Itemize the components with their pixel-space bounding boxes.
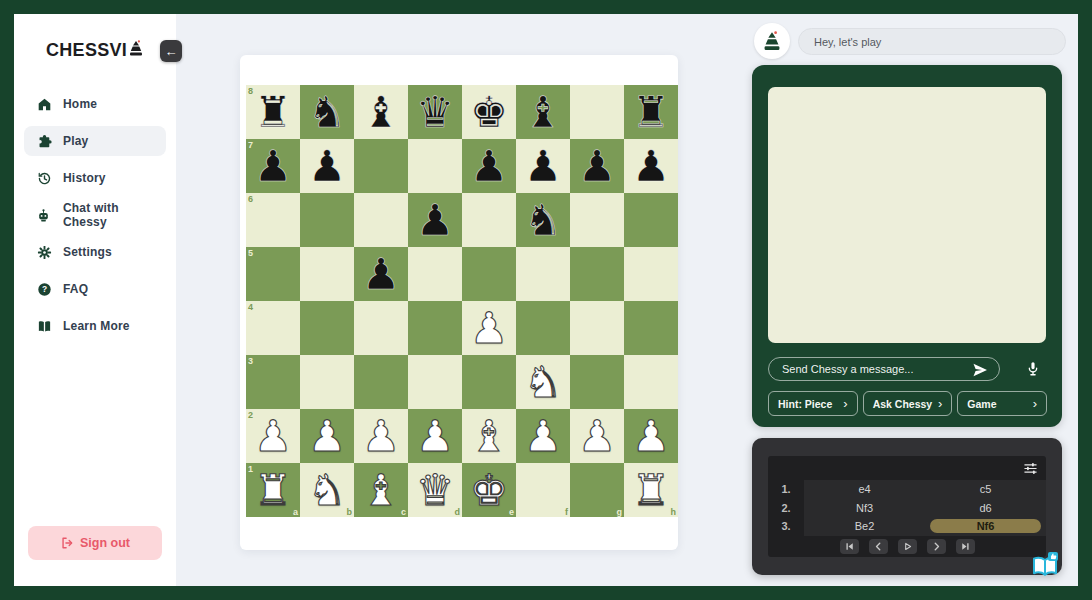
square-h3[interactable] (624, 355, 678, 409)
piece-black-pawn[interactable]: ♟ (354, 247, 408, 301)
move-number: 1. (768, 480, 804, 499)
chessy-greeting-bubble: Hey, let's play (798, 28, 1066, 55)
piece-white-queen[interactable]: ♛ (408, 463, 462, 517)
square-h5[interactable] (624, 247, 678, 301)
square-c3[interactable] (354, 355, 408, 409)
move-black-d6[interactable]: d6 (925, 499, 1046, 518)
square-b8[interactable]: ♞ (300, 85, 354, 139)
square-a3[interactable]: 3 (246, 355, 300, 409)
chat-input-pill (768, 357, 1000, 381)
robot-icon (36, 207, 52, 223)
square-b3[interactable] (300, 355, 354, 409)
play-moves-icon[interactable] (898, 539, 917, 554)
square-a8[interactable]: 8♜ (246, 85, 300, 139)
rank-label-3: 3 (248, 356, 253, 366)
square-f8[interactable]: ♝ (516, 85, 570, 139)
book-icon (36, 318, 52, 334)
square-g4[interactable] (570, 301, 624, 355)
piece-white-pawn[interactable]: ♟ (570, 409, 624, 463)
square-c8[interactable]: ♝ (354, 85, 408, 139)
history-icon (36, 170, 52, 186)
piece-white-pawn[interactable]: ♟ (246, 409, 300, 463)
square-d6[interactable]: ♟ (408, 193, 462, 247)
square-c7[interactable] (354, 139, 408, 193)
square-b4[interactable] (300, 301, 354, 355)
square-h8[interactable]: ♜ (624, 85, 678, 139)
piece-white-bishop[interactable]: ♝ (462, 409, 516, 463)
square-e6[interactable] (462, 193, 516, 247)
sidebar-item-faq[interactable]: ?FAQ (24, 274, 166, 304)
square-h1[interactable]: h♜ (624, 463, 678, 517)
chat-message-input[interactable] (769, 358, 999, 380)
square-d7[interactable] (408, 139, 462, 193)
square-g1[interactable]: g (570, 463, 624, 517)
sign-out-label: Sign out (80, 536, 130, 550)
logout-icon (60, 536, 74, 550)
square-c6[interactable] (354, 193, 408, 247)
piece-white-rook[interactable]: ♜ (624, 463, 678, 517)
moves-nav (768, 536, 1046, 558)
gear-icon (36, 244, 52, 260)
square-b5[interactable] (300, 247, 354, 301)
game-button[interactable]: Game › (957, 391, 1047, 416)
sliders-icon[interactable] (1023, 462, 1038, 475)
piece-black-pawn[interactable]: ♟ (516, 139, 570, 193)
piece-white-pawn[interactable]: ♟ (354, 409, 408, 463)
previous-move-icon[interactable] (869, 539, 888, 554)
ask-chessy-button[interactable]: Ask Chessy › (863, 391, 953, 416)
square-e1[interactable]: e♚ (462, 463, 516, 517)
square-g8[interactable] (570, 85, 624, 139)
square-f5[interactable] (516, 247, 570, 301)
piece-black-rook[interactable]: ♜ (246, 85, 300, 139)
piece-white-pawn[interactable]: ♟ (462, 301, 516, 355)
square-a6[interactable]: 6 (246, 193, 300, 247)
chessvia-logo: CHESSVI (14, 14, 176, 61)
sidebar-item-label: Learn More (63, 319, 130, 333)
hint-piece-label: Hint: Piece (778, 398, 832, 410)
square-d2[interactable]: ♟ (408, 409, 462, 463)
square-f3[interactable]: ♞ (516, 355, 570, 409)
sign-out-button[interactable]: Sign out (28, 526, 162, 560)
svg-text:?: ? (41, 284, 46, 294)
piece-black-bishop[interactable]: ♝ (354, 85, 408, 139)
piece-white-king[interactable]: ♚ (462, 463, 516, 517)
move-number: 3. (768, 517, 804, 536)
piece-white-pawn[interactable]: ♟ (516, 409, 570, 463)
move-white-Be2[interactable]: Be2 (804, 517, 925, 536)
square-f7[interactable]: ♟ (516, 139, 570, 193)
square-e3[interactable] (462, 355, 516, 409)
square-h2[interactable]: ♟ (624, 409, 678, 463)
sidebar-item-chat-with-chessy[interactable]: Chat with Chessy (24, 200, 166, 230)
piece-black-king[interactable]: ♚ (462, 85, 516, 139)
square-a7[interactable]: 7♟ (246, 139, 300, 193)
chat-quick-buttons: Hint: Piece › Ask Chessy › Game › (768, 391, 1047, 416)
sidebar-item-history[interactable]: History (24, 163, 166, 193)
ask-chessy-label: Ask Chessy (873, 398, 933, 410)
move-number: 2. (768, 499, 804, 518)
square-e8[interactable]: ♚ (462, 85, 516, 139)
square-f1[interactable]: f (516, 463, 570, 517)
piece-white-bishop[interactable]: ♝ (354, 463, 408, 517)
last-move-icon[interactable] (956, 539, 975, 554)
piece-black-pawn[interactable]: ♟ (570, 139, 624, 193)
square-b1[interactable]: b♞ (300, 463, 354, 517)
square-c1[interactable]: c♝ (354, 463, 408, 517)
move-black-Nf6[interactable]: Nf6 (925, 517, 1046, 536)
logo-text: CHESSVI (46, 40, 127, 61)
first-move-icon[interactable] (840, 539, 859, 554)
square-a5[interactable]: 5 (246, 247, 300, 301)
chevron-right-icon: › (938, 397, 942, 410)
square-a2[interactable]: 2♟ (246, 409, 300, 463)
app-page: CHESSVI HomePlayHistoryChat with ChessyS… (14, 14, 1078, 586)
square-e5[interactable] (462, 247, 516, 301)
square-h7[interactable]: ♟ (624, 139, 678, 193)
square-e2[interactable]: ♝ (462, 409, 516, 463)
piece-white-pawn[interactable]: ♟ (624, 409, 678, 463)
square-c4[interactable] (354, 301, 408, 355)
moves-panel: 1.e4c52.Nf3d63.Be2Nf6 (752, 438, 1062, 575)
sidebar-item-label: FAQ (63, 282, 88, 296)
piece-black-pawn[interactable]: ♟ (462, 139, 516, 193)
square-g2[interactable]: ♟ (570, 409, 624, 463)
home-icon (36, 96, 52, 112)
hint-piece-button[interactable]: Hint: Piece › (768, 391, 858, 416)
square-b6[interactable] (300, 193, 354, 247)
sidebar: CHESSVI HomePlayHistoryChat with ChessyS… (14, 14, 176, 586)
rank-label-5: 5 (248, 248, 253, 258)
next-move-icon[interactable] (927, 539, 946, 554)
piece-black-pawn[interactable]: ♟ (408, 193, 462, 247)
square-c2[interactable]: ♟ (354, 409, 408, 463)
move-white-Nf3[interactable]: Nf3 (804, 499, 925, 518)
rank-label-6: 6 (248, 194, 253, 204)
square-g6[interactable] (570, 193, 624, 247)
puzzle-icon (36, 133, 52, 149)
arrow-left-icon: ← (165, 44, 178, 59)
sidebar-item-label: Settings (63, 245, 112, 259)
square-g5[interactable] (570, 247, 624, 301)
square-d1[interactable]: d♛ (408, 463, 462, 517)
file-label-f: f (565, 507, 568, 517)
move-list: 1.e4c52.Nf3d63.Be2Nf6 (768, 480, 1046, 536)
square-g3[interactable] (570, 355, 624, 409)
piece-white-pawn[interactable]: ♟ (300, 409, 354, 463)
square-b7[interactable]: ♟ (300, 139, 354, 193)
chess-board: 8♜♞♝♛♚♝♜7♟♟♟♟♟♟6♟♞5♟4♟3♞2♟♟♟♟♝♟♟♟1a♜b♞c♝… (246, 85, 678, 517)
square-d5[interactable] (408, 247, 462, 301)
sidebar-item-label: Play (63, 134, 89, 148)
piece-white-rook[interactable]: ♜ (246, 463, 300, 517)
square-c5[interactable]: ♟ (354, 247, 408, 301)
chess-piece-a-icon (128, 40, 144, 61)
square-h6[interactable] (624, 193, 678, 247)
piece-black-rook[interactable]: ♜ (624, 85, 678, 139)
square-f4[interactable] (516, 301, 570, 355)
sidebar-menu: HomePlayHistoryChat with ChessySettings?… (14, 89, 176, 341)
game-label: Game (967, 398, 996, 410)
square-f6[interactable]: ♞ (516, 193, 570, 247)
microphone-icon[interactable] (1026, 361, 1040, 377)
piece-black-bishop[interactable]: ♝ (516, 85, 570, 139)
sidebar-item-play[interactable]: Play (24, 126, 166, 156)
question-icon: ? (36, 281, 52, 297)
paper-plane-icon[interactable] (972, 362, 988, 382)
square-a4[interactable]: 4 (246, 301, 300, 355)
rank-label-4: 4 (248, 302, 253, 312)
square-h4[interactable] (624, 301, 678, 355)
piece-white-pawn[interactable]: ♟ (408, 409, 462, 463)
file-label-g: g (617, 507, 623, 517)
square-e7[interactable]: ♟ (462, 139, 516, 193)
chessy-avatar (754, 23, 790, 59)
greeting-text: Hey, let's play (814, 36, 881, 48)
chevron-right-icon: › (1033, 397, 1037, 410)
piece-black-knight[interactable]: ♞ (516, 193, 570, 247)
sidebar-item-label: History (63, 171, 106, 185)
square-a1[interactable]: 1a♜ (246, 463, 300, 517)
piece-white-knight[interactable]: ♞ (300, 463, 354, 517)
square-g7[interactable]: ♟ (570, 139, 624, 193)
piece-black-pawn[interactable]: ♟ (624, 139, 678, 193)
sidebar-item-label: Home (63, 97, 97, 111)
moves-inner: 1.e4c52.Nf3d63.Be2Nf6 (768, 456, 1046, 557)
move-row-1: 1.e4c5 (768, 480, 1046, 499)
sidebar-item-learn-more[interactable]: Learn More (24, 311, 166, 341)
move-white-e4[interactable]: e4 (804, 480, 925, 499)
piece-black-queen[interactable]: ♛ (408, 85, 462, 139)
moves-topbar (768, 456, 1046, 480)
square-e4[interactable]: ♟ (462, 301, 516, 355)
move-row-2: 2.Nf3d6 (768, 499, 1046, 518)
feedback-widget-icon[interactable] (1030, 551, 1062, 585)
piece-white-knight[interactable]: ♞ (516, 355, 570, 409)
piece-black-pawn[interactable]: ♟ (246, 139, 300, 193)
chevron-right-icon: › (843, 397, 847, 410)
square-f2[interactable]: ♟ (516, 409, 570, 463)
move-row-3: 3.Be2Nf6 (768, 517, 1046, 536)
square-d4[interactable] (408, 301, 462, 355)
chat-message-area (768, 87, 1046, 343)
collapse-sidebar-button[interactable]: ← (160, 40, 182, 62)
square-b2[interactable]: ♟ (300, 409, 354, 463)
chat-panel: Hint: Piece › Ask Chessy › Game › (752, 65, 1062, 427)
square-d8[interactable]: ♛ (408, 85, 462, 139)
piece-black-knight[interactable]: ♞ (300, 85, 354, 139)
chat-input-row (768, 357, 1046, 381)
sidebar-item-settings[interactable]: Settings (24, 237, 166, 267)
sidebar-item-home[interactable]: Home (24, 89, 166, 119)
sidebar-item-label: Chat with Chessy (63, 201, 166, 229)
chessy-piece-icon (762, 31, 782, 52)
board-card: 8♜♞♝♛♚♝♜7♟♟♟♟♟♟6♟♞5♟4♟3♞2♟♟♟♟♝♟♟♟1a♜b♞c♝… (240, 55, 678, 550)
square-d3[interactable] (408, 355, 462, 409)
piece-black-pawn[interactable]: ♟ (300, 139, 354, 193)
move-black-c5[interactable]: c5 (925, 480, 1046, 499)
